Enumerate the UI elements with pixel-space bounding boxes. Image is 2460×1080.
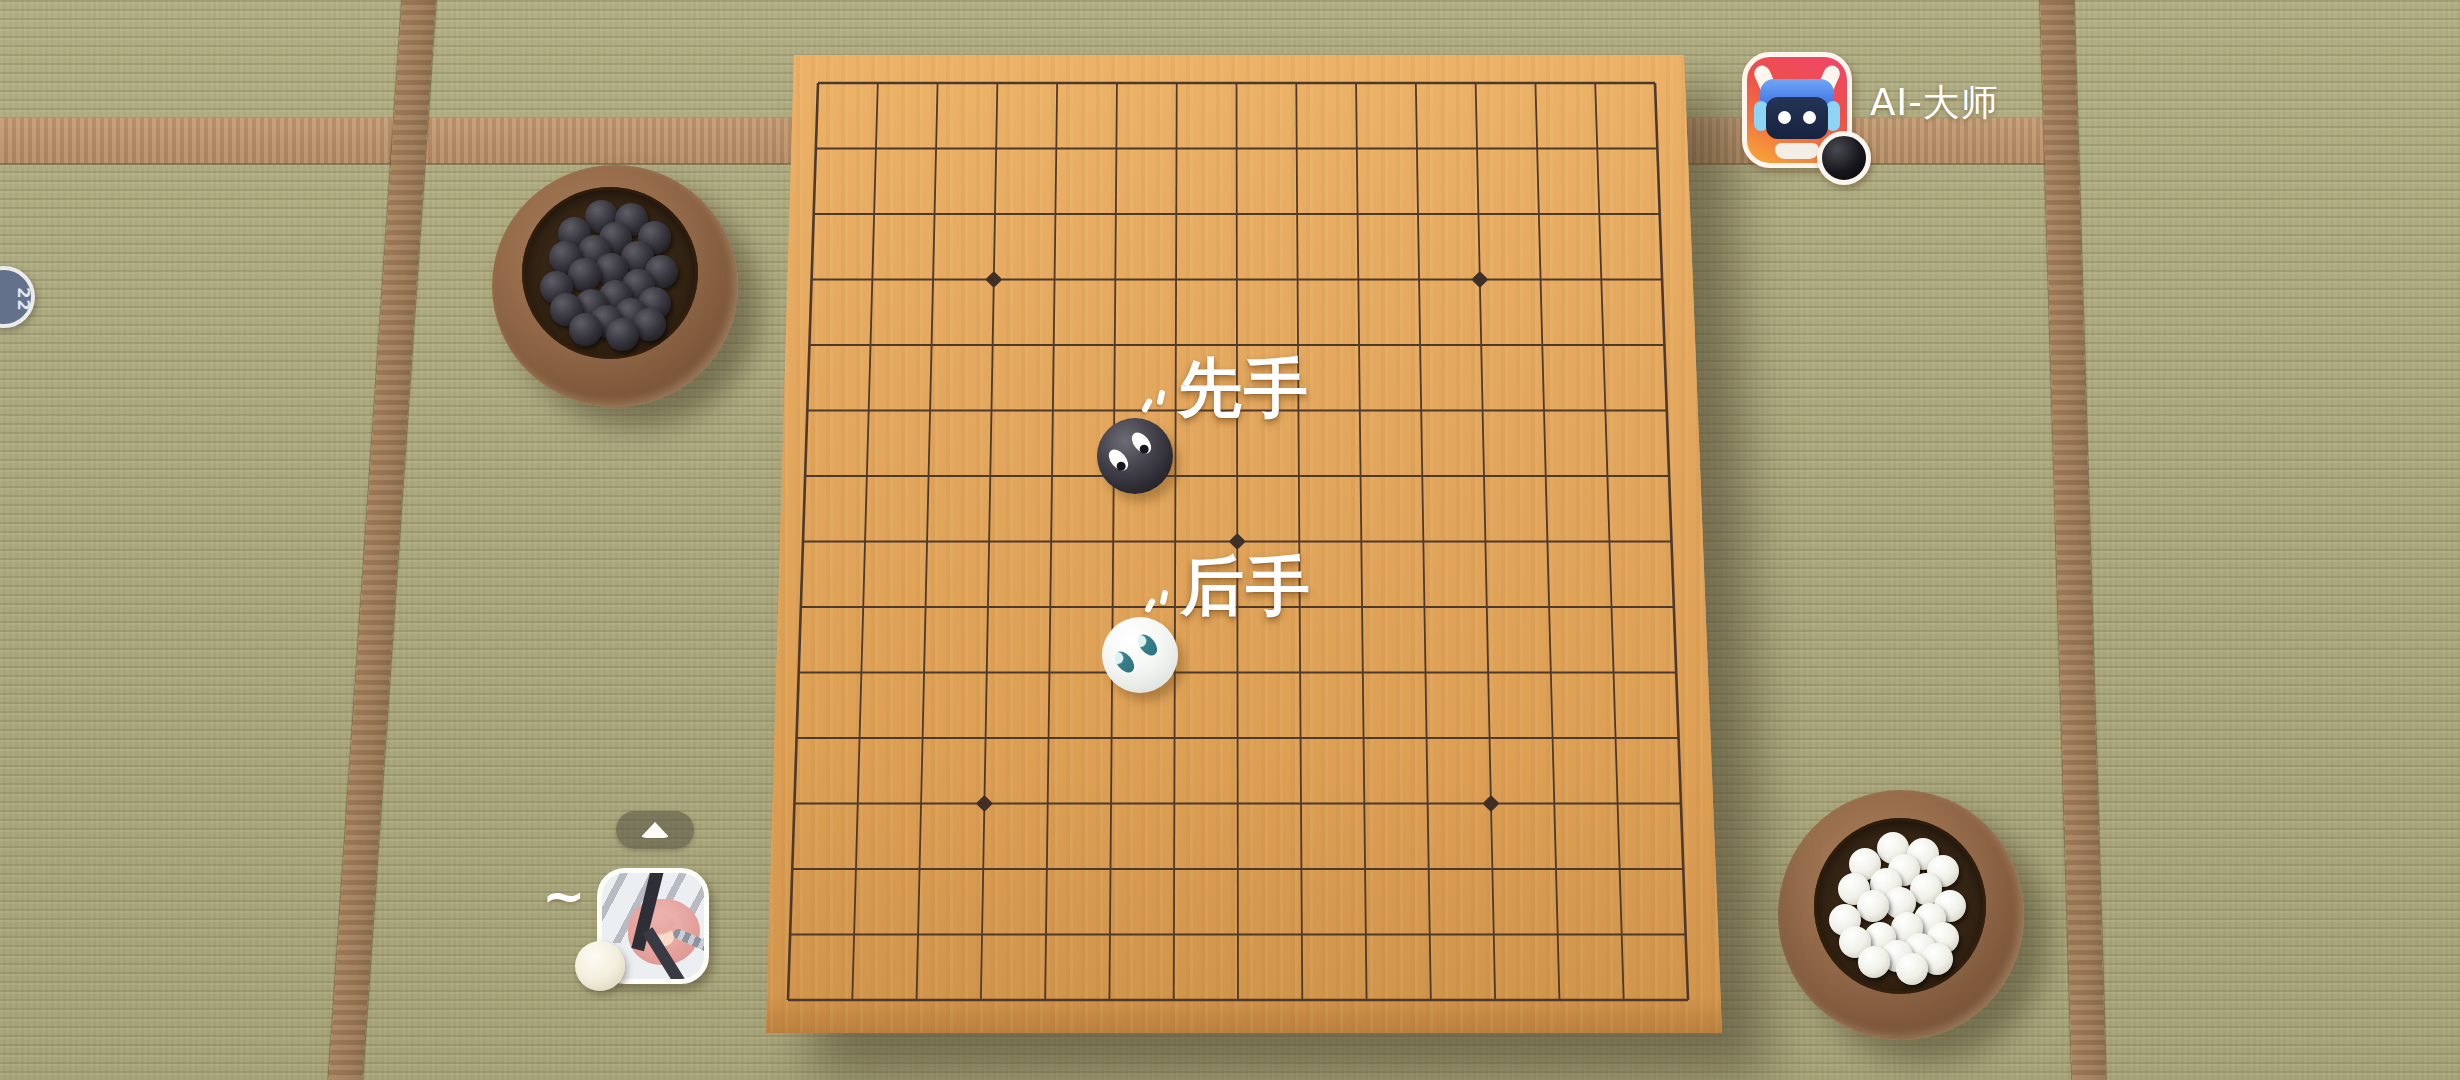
collapse-panel-button[interactable] (616, 811, 694, 849)
player-tilde-mark: ~ (542, 866, 586, 926)
game-scene: 先手 后手 AI-大师 ~ (0, 0, 2460, 1080)
player-white-stone-icon (575, 941, 625, 991)
side-badge-label: 22 (14, 287, 33, 311)
first-move-label: 先手 (1178, 356, 1310, 420)
excitement-marks-icon (1144, 588, 1174, 616)
white-mascot-eye (1134, 631, 1161, 659)
white-stone-bowl-opening (1814, 818, 1986, 994)
second-move-label: 后手 (1180, 554, 1312, 618)
up-triangle-icon (640, 822, 670, 838)
robot-app-icon (1742, 52, 1852, 168)
star-point (1471, 271, 1488, 288)
black-mascot-eye (1105, 446, 1132, 474)
robot-chin (1775, 143, 1819, 159)
star-point (1482, 795, 1499, 812)
robot-eye (1778, 111, 1791, 124)
white-bowl-stone (1896, 953, 1928, 985)
white-bowl-stone (1858, 946, 1890, 978)
star-point (1229, 533, 1246, 550)
black-bowl-stone (569, 313, 602, 346)
star-point (976, 795, 993, 812)
excitement-marks-icon (1141, 388, 1171, 416)
white-stone-bowl (1778, 790, 2024, 1040)
black-mascot-eye (1128, 429, 1155, 457)
board-grid (766, 55, 1724, 1034)
black-stone-bowl-opening (522, 187, 698, 359)
white-mascot-eye (1111, 648, 1138, 676)
black-bowl-stone (606, 318, 639, 351)
star-point (985, 271, 1002, 288)
opponent-badge: AI-大师 (1742, 52, 2072, 187)
gomoku-board[interactable] (766, 55, 1724, 1034)
black-stone-mascot[interactable] (1097, 418, 1173, 494)
robot-earmuff (1826, 101, 1840, 131)
robot-visor (1766, 97, 1828, 139)
white-stone-mascot[interactable] (1102, 617, 1178, 693)
white-bowl-stone (1857, 890, 1889, 922)
robot-eye (1803, 111, 1816, 124)
black-stone-bowl (492, 165, 738, 407)
black-stone-icon (1817, 131, 1871, 185)
opponent-name: AI-大师 (1870, 78, 1999, 128)
